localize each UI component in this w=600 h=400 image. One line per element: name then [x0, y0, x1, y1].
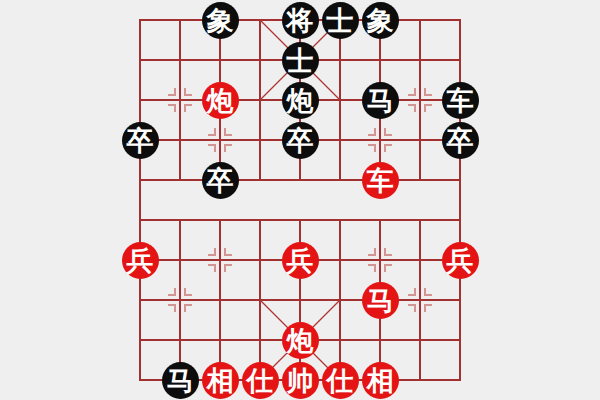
- piece-black-advisor[interactable]: 士: [322, 2, 359, 39]
- piece-red-pawn[interactable]: 兵: [442, 242, 479, 279]
- board-cell-0-0[interactable]: [120, 0, 160, 40]
- piece-red-chariot[interactable]: 车: [362, 162, 399, 199]
- piece-black-elephant[interactable]: 象: [362, 2, 399, 39]
- piece-black-pawn[interactable]: 卒: [442, 122, 479, 159]
- board-cell-1-6[interactable]: [160, 240, 200, 280]
- piece-red-general[interactable]: 帅: [282, 362, 319, 399]
- board-cell-8-8[interactable]: [440, 320, 480, 360]
- board-cell-5-0[interactable]: 士: [320, 0, 360, 40]
- board-cell-8-6[interactable]: 兵: [440, 240, 480, 280]
- board-cell-1-1[interactable]: [160, 40, 200, 80]
- piece-red-advisor[interactable]: 仕: [242, 362, 279, 399]
- piece-red-elephant[interactable]: 相: [362, 362, 399, 399]
- board-cell-7-3[interactable]: [400, 120, 440, 160]
- board-cell-6-9[interactable]: 相: [360, 360, 400, 400]
- board-cell-8-3[interactable]: 卒: [440, 120, 480, 160]
- board-cell-4-9[interactable]: 帅: [280, 360, 320, 400]
- board-cell-1-7[interactable]: [160, 280, 200, 320]
- board-cell-5-2[interactable]: [320, 80, 360, 120]
- board-cell-4-1[interactable]: 士: [280, 40, 320, 80]
- piece-black-pawn[interactable]: 卒: [202, 162, 239, 199]
- board-cell-6-3[interactable]: [360, 120, 400, 160]
- board-cell-5-7[interactable]: [320, 280, 360, 320]
- board-cell-2-2[interactable]: 炮: [200, 80, 240, 120]
- board-cell-4-0[interactable]: 将: [280, 0, 320, 40]
- xiangqi-board: 象将士象士炮炮马车卒卒卒卒车兵兵兵马炮马相仕帅仕相: [0, 0, 600, 400]
- board-cell-8-2[interactable]: 车: [440, 80, 480, 120]
- board-cell-2-0[interactable]: 象: [200, 0, 240, 40]
- board-cell-5-1[interactable]: [320, 40, 360, 80]
- piece-red-elephant[interactable]: 相: [202, 362, 239, 399]
- board-cell-3-6[interactable]: [240, 240, 280, 280]
- board-cell-0-4[interactable]: [120, 160, 160, 200]
- piece-black-elephant[interactable]: 象: [202, 2, 239, 39]
- board-cell-0-7[interactable]: [120, 280, 160, 320]
- board-cell-0-2[interactable]: [120, 80, 160, 120]
- board-cell-1-8[interactable]: [160, 320, 200, 360]
- piece-red-pawn[interactable]: 兵: [122, 242, 159, 279]
- board-cell-0-1[interactable]: [120, 40, 160, 80]
- piece-red-advisor[interactable]: 仕: [322, 362, 359, 399]
- board-cell-1-9[interactable]: 马: [160, 360, 200, 400]
- board-cell-0-8[interactable]: [120, 320, 160, 360]
- board-cell-8-1[interactable]: [440, 40, 480, 80]
- board-cell-6-5[interactable]: [360, 200, 400, 240]
- board-cell-8-9[interactable]: [440, 360, 480, 400]
- board-cell-0-3[interactable]: 卒: [120, 120, 160, 160]
- board-cell-2-5[interactable]: [200, 200, 240, 240]
- board-cell-8-5[interactable]: [440, 200, 480, 240]
- board-cell-2-6[interactable]: [200, 240, 240, 280]
- board-cell-6-6[interactable]: [360, 240, 400, 280]
- board-cell-5-5[interactable]: [320, 200, 360, 240]
- board-cell-6-0[interactable]: 象: [360, 0, 400, 40]
- board-cell-3-4[interactable]: [240, 160, 280, 200]
- piece-black-horse[interactable]: 马: [162, 362, 199, 399]
- board-cell-7-6[interactable]: [400, 240, 440, 280]
- board-cell-5-6[interactable]: [320, 240, 360, 280]
- board-cell-6-2[interactable]: 马: [360, 80, 400, 120]
- board-cell-7-7[interactable]: [400, 280, 440, 320]
- board-cell-8-7[interactable]: [440, 280, 480, 320]
- board-cell-1-3[interactable]: [160, 120, 200, 160]
- piece-grid: 象将士象士炮炮马车卒卒卒卒车兵兵兵马炮马相仕帅仕相: [120, 0, 480, 400]
- board-cell-3-2[interactable]: [240, 80, 280, 120]
- board-cell-5-4[interactable]: [320, 160, 360, 200]
- board-cell-3-9[interactable]: 仕: [240, 360, 280, 400]
- board-cell-3-8[interactable]: [240, 320, 280, 360]
- piece-black-cannon[interactable]: 炮: [282, 82, 319, 119]
- board-cell-7-1[interactable]: [400, 40, 440, 80]
- piece-black-general[interactable]: 将: [282, 2, 319, 39]
- board-cell-7-9[interactable]: [400, 360, 440, 400]
- board-cell-7-8[interactable]: [400, 320, 440, 360]
- piece-red-cannon[interactable]: 炮: [202, 82, 239, 119]
- board-cell-3-7[interactable]: [240, 280, 280, 320]
- board-cell-0-5[interactable]: [120, 200, 160, 240]
- piece-red-horse[interactable]: 马: [362, 282, 399, 319]
- board-cell-7-2[interactable]: [400, 80, 440, 120]
- board-cell-4-7[interactable]: [280, 280, 320, 320]
- board-cell-3-1[interactable]: [240, 40, 280, 80]
- board-cell-4-3[interactable]: 卒: [280, 120, 320, 160]
- board-cell-1-5[interactable]: [160, 200, 200, 240]
- board-cell-0-9[interactable]: [120, 360, 160, 400]
- board-cell-6-1[interactable]: [360, 40, 400, 80]
- board-cell-2-1[interactable]: [200, 40, 240, 80]
- board-cell-8-0[interactable]: [440, 0, 480, 40]
- piece-black-pawn[interactable]: 卒: [122, 122, 159, 159]
- board-cell-2-4[interactable]: 卒: [200, 160, 240, 200]
- board-cell-2-8[interactable]: [200, 320, 240, 360]
- board-cell-7-4[interactable]: [400, 160, 440, 200]
- board-cell-5-3[interactable]: [320, 120, 360, 160]
- board-cell-4-8[interactable]: 炮: [280, 320, 320, 360]
- board-cell-2-7[interactable]: [200, 280, 240, 320]
- board-cell-4-2[interactable]: 炮: [280, 80, 320, 120]
- board-cell-7-5[interactable]: [400, 200, 440, 240]
- board-cell-6-8[interactable]: [360, 320, 400, 360]
- board-cell-6-4[interactable]: 车: [360, 160, 400, 200]
- piece-black-pawn[interactable]: 卒: [282, 122, 319, 159]
- piece-black-horse[interactable]: 马: [362, 82, 399, 119]
- board-cell-4-5[interactable]: [280, 200, 320, 240]
- board-cell-1-0[interactable]: [160, 0, 200, 40]
- board-cell-1-2[interactable]: [160, 80, 200, 120]
- piece-black-advisor[interactable]: 士: [282, 42, 319, 79]
- board-cell-8-4[interactable]: [440, 160, 480, 200]
- board-cell-4-4[interactable]: [280, 160, 320, 200]
- board-cell-5-9[interactable]: 仕: [320, 360, 360, 400]
- board-cell-4-6[interactable]: 兵: [280, 240, 320, 280]
- piece-red-cannon[interactable]: 炮: [282, 322, 319, 359]
- board-cell-3-5[interactable]: [240, 200, 280, 240]
- piece-black-chariot[interactable]: 车: [442, 82, 479, 119]
- piece-red-pawn[interactable]: 兵: [282, 242, 319, 279]
- board-cell-7-0[interactable]: [400, 0, 440, 40]
- board-cell-5-8[interactable]: [320, 320, 360, 360]
- board-cell-3-3[interactable]: [240, 120, 280, 160]
- board-cell-3-0[interactable]: [240, 0, 280, 40]
- board-cell-0-6[interactable]: 兵: [120, 240, 160, 280]
- board-cell-6-7[interactable]: 马: [360, 280, 400, 320]
- board-cell-1-4[interactable]: [160, 160, 200, 200]
- board-cell-2-9[interactable]: 相: [200, 360, 240, 400]
- board-cell-2-3[interactable]: [200, 120, 240, 160]
